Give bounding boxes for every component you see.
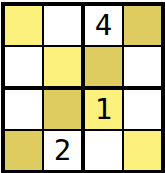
cell-r4c4[interactable]: [124, 131, 161, 170]
cell-r3c2[interactable]: [44, 90, 81, 129]
cell-r4c3[interactable]: [85, 131, 122, 170]
box-bottom-left: 2: [5, 90, 81, 170]
cell-r1c2[interactable]: [44, 6, 81, 45]
cell-r4c1[interactable]: [5, 131, 42, 170]
cell-r3c3[interactable]: 1: [85, 90, 122, 129]
cell-r3c4[interactable]: [124, 90, 161, 129]
cell-r1c1[interactable]: [5, 6, 42, 45]
puzzle-page: 4 2 1: [0, 0, 165, 173]
box-bottom-right: 1: [85, 90, 161, 170]
cell-r1c3[interactable]: 4: [85, 6, 122, 45]
cell-r2c4[interactable]: [124, 47, 161, 86]
box-top-left: [5, 6, 81, 86]
cell-r4c2[interactable]: 2: [44, 131, 81, 170]
cell-r2c3[interactable]: [85, 47, 122, 86]
sudoku-board: 4 2 1: [1, 2, 165, 173]
box-top-right: 4: [85, 6, 161, 86]
cell-r3c1[interactable]: [5, 90, 42, 129]
cell-r2c2[interactable]: [44, 47, 81, 86]
cell-r1c4[interactable]: [124, 6, 161, 45]
cell-r2c1[interactable]: [5, 47, 42, 86]
